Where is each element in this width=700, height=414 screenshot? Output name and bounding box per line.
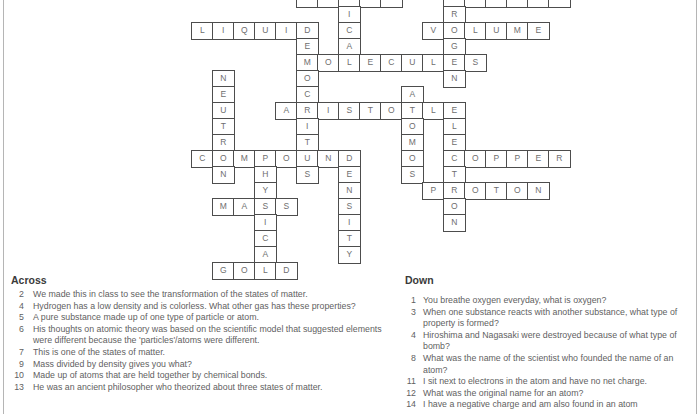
grid-cell: N (443, 70, 466, 88)
grid-cell: S (296, 166, 319, 184)
clue-text: A pure substance made up of one type of … (33, 312, 393, 324)
grid-cell: L (464, 22, 487, 40)
grid-cell: O (296, 70, 319, 88)
across-header: Across (11, 274, 393, 286)
grid-cell: O (275, 150, 298, 168)
clue-text: When one substance reacts with another s… (423, 307, 691, 330)
grid-cell: G (443, 38, 466, 56)
grid-cell-clipped (527, 0, 550, 8)
clue-number: 9 (11, 359, 24, 371)
grid-cell: L (338, 54, 361, 72)
grid-cell: L (422, 102, 445, 120)
clue-number: 14 (405, 399, 416, 411)
clue-item: 12What was the original name for an atom… (405, 388, 691, 400)
grid-cell: T (338, 230, 361, 248)
grid-cell: U (485, 22, 508, 40)
clue-text: We made this in class to see the transfo… (33, 289, 393, 301)
grid-cell: O (401, 118, 424, 136)
grid-cell: U (254, 22, 277, 40)
grid-cell: T (212, 118, 235, 136)
clue-number: 6 (11, 324, 24, 336)
grid-cell: R (296, 102, 319, 120)
worksheet-page: IRLIQUIDCVOLUMEEAGMOLECULESNONECAUARISTO… (3, 0, 697, 414)
grid-cell-clipped (464, 0, 487, 8)
clue-text: Hiroshima and Nagasaki were destroyed be… (423, 330, 691, 353)
grid-cell: R (443, 6, 466, 24)
grid-cell: L (191, 22, 214, 40)
grid-cell: A (401, 86, 424, 104)
grid-cell: I (317, 102, 340, 120)
grid-cell: L (422, 54, 445, 72)
clue-number: 8 (405, 353, 416, 365)
grid-cell: E (443, 54, 466, 72)
grid-cell: R (548, 150, 571, 168)
clue-item: 9Mass divided by density gives you what? (11, 359, 393, 371)
grid-cell: A (254, 246, 277, 264)
grid-cell: H (254, 166, 277, 184)
clue-item: 4Hiroshima and Nagasaki were destroyed b… (405, 330, 691, 353)
grid-cell-clipped (296, 0, 319, 8)
grid-cell: T (485, 182, 508, 200)
clue-number: 11 (405, 376, 416, 388)
clue-item: 4Hydrogen has a low density and is color… (11, 301, 393, 313)
grid-cell-clipped (548, 0, 571, 8)
grid-cell: C (191, 150, 214, 168)
grid-cell: U (212, 102, 235, 120)
grid-cell: P (254, 150, 277, 168)
grid-cell-clipped (359, 0, 382, 8)
clue-number: 7 (11, 347, 24, 359)
clue-number: 4 (405, 330, 416, 342)
grid-cell: Y (254, 182, 277, 200)
grid-cell: O (212, 150, 235, 168)
grid-cell: Y (338, 246, 361, 264)
grid-cell: I (212, 22, 235, 40)
grid-cell: E (359, 54, 382, 72)
across-clue-list: 2We made this in class to see the transf… (11, 289, 393, 393)
grid-cell: E (527, 150, 550, 168)
grid-cell: S (275, 198, 298, 216)
down-clues-section: Down 1You breathe oxygen everyday, what … (405, 274, 691, 411)
grid-cell: O (464, 150, 487, 168)
grid-cell: E (443, 134, 466, 152)
clue-text: I have a negative charge and am also fou… (423, 399, 691, 411)
grid-cell: Q (233, 22, 256, 40)
clue-item: 3When one substance reacts with another … (405, 307, 691, 330)
grid-cell: O (380, 102, 403, 120)
grid-cell: P (506, 150, 529, 168)
clue-number: 10 (11, 370, 24, 382)
grid-cell: N (338, 182, 361, 200)
down-clue-list: 1You breathe oxygen everyday, what is ox… (405, 295, 691, 411)
clue-item: 7This is one of the states of matter. (11, 347, 393, 359)
grid-cell: E (443, 102, 466, 120)
clue-item: 5A pure substance made up of one type of… (11, 312, 393, 324)
grid-cell: E (296, 38, 319, 56)
grid-cell: L (443, 118, 466, 136)
clue-text: He was an ancient philosopher who theori… (33, 382, 393, 394)
clue-item: 13He was an ancient philosopher who theo… (11, 382, 393, 394)
grid-cell: M (233, 150, 256, 168)
grid-cell: I (338, 214, 361, 232)
grid-cell: S (338, 198, 361, 216)
grid-cell: A (338, 38, 361, 56)
grid-cell-clipped (380, 0, 403, 8)
grid-cell: S (254, 198, 277, 216)
grid-cell: N (317, 150, 340, 168)
clue-number: 3 (405, 307, 416, 319)
crossword-grid: IRLIQUIDCVOLUMEEAGMOLECULESNONECAUARISTO… (4, 0, 696, 290)
grid-cell-clipped (506, 0, 529, 8)
across-clues-section: Across 2We made this in class to see the… (11, 274, 393, 393)
grid-cell: T (359, 102, 382, 120)
grid-cell: I (275, 22, 298, 40)
grid-cell: O (464, 182, 487, 200)
clue-number: 1 (405, 295, 416, 307)
grid-cell: N (212, 166, 235, 184)
grid-cell: M (296, 54, 319, 72)
grid-cell: M (212, 198, 235, 216)
clue-item: 2We made this in class to see the transf… (11, 289, 393, 301)
grid-cell: C (296, 86, 319, 104)
clue-text: This is one of the states of matter. (33, 347, 393, 359)
grid-cell: I (338, 6, 361, 24)
grid-cell: M (401, 134, 424, 152)
grid-cell: R (212, 134, 235, 152)
clue-item: 11I sit next to electrons in the atom an… (405, 376, 691, 388)
grid-cell: I (254, 214, 277, 232)
clue-item: 8What was the name of the scientist who … (405, 353, 691, 376)
grid-cell: A (233, 198, 256, 216)
grid-cell: T (401, 102, 424, 120)
grid-cell-clipped (485, 0, 508, 8)
grid-cell: O (401, 150, 424, 168)
clue-text: Mass divided by density gives you what? (33, 359, 393, 371)
grid-cell: V (422, 22, 445, 40)
grid-cell: C (443, 150, 466, 168)
grid-cell: D (338, 150, 361, 168)
clue-text: I sit next to electrons in the atom and … (423, 376, 691, 388)
clue-text: Made up of atoms that are held together … (33, 370, 393, 382)
grid-cell: O (506, 182, 529, 200)
grid-cell: O (443, 198, 466, 216)
grid-cell: U (296, 150, 319, 168)
grid-cell: O (443, 22, 466, 40)
clue-number: 12 (405, 388, 416, 400)
grid-cell: S (464, 54, 487, 72)
clue-item: 14I have a negative charge and am also f… (405, 399, 691, 411)
grid-cell: O (317, 54, 340, 72)
clue-number: 13 (11, 382, 24, 394)
grid-cell: N (443, 214, 466, 232)
grid-cell: E (338, 166, 361, 184)
grid-cell: S (401, 166, 424, 184)
grid-cell: D (296, 22, 319, 40)
grid-cell: N (527, 182, 550, 200)
grid-cell: N (212, 70, 235, 88)
grid-cell: R (443, 182, 466, 200)
grid-cell: E (527, 22, 550, 40)
grid-cell: I (296, 118, 319, 136)
grid-cell: C (338, 22, 361, 40)
clue-text: His thoughts on atomic theory was based … (33, 324, 393, 347)
grid-cell: E (212, 86, 235, 104)
clue-number: 2 (11, 289, 24, 301)
down-header: Down (405, 274, 691, 286)
grid-cell: C (380, 54, 403, 72)
grid-cell: C (254, 230, 277, 248)
grid-cell: A (275, 102, 298, 120)
grid-cell: T (296, 134, 319, 152)
clue-number: 4 (11, 301, 24, 313)
clue-item: 10Made up of atoms that are held togethe… (11, 370, 393, 382)
grid-cell: U (401, 54, 424, 72)
clue-text: What was the name of the scientist who f… (423, 353, 691, 376)
grid-cell: T (443, 166, 466, 184)
clue-item: 6His thoughts on atomic theory was based… (11, 324, 393, 347)
grid-cell-clipped (317, 0, 340, 8)
clue-text: What was the original name for an atom? (423, 388, 691, 400)
clue-text: You breathe oxygen everyday, what is oxy… (423, 295, 691, 307)
grid-cell: P (422, 182, 445, 200)
grid-cell: M (506, 22, 529, 40)
grid-cell: S (338, 102, 361, 120)
grid-cell: P (485, 150, 508, 168)
clue-item: 1You breathe oxygen everyday, what is ox… (405, 295, 691, 307)
clue-number: 5 (11, 312, 24, 324)
clue-text: Hydrogen has a low density and is colorl… (33, 301, 393, 313)
